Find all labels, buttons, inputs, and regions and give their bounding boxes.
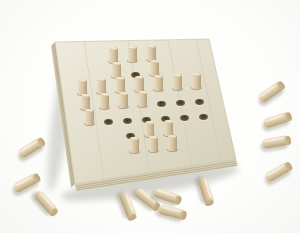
- peg-r3c4[interactable]: [135, 76, 144, 92]
- hole-r5c3[interactable]: [123, 118, 132, 124]
- peg-r4c2[interactable]: [100, 93, 109, 109]
- hole-r5c7[interactable]: [199, 114, 208, 120]
- peg-r4c4[interactable]: [138, 91, 147, 107]
- photo-scene: [0, 0, 300, 233]
- peg-r3c7[interactable]: [192, 73, 201, 89]
- peg-r3c3[interactable]: [116, 77, 125, 93]
- hole-r4c7[interactable]: [195, 99, 204, 105]
- peg-r6c4[interactable]: [145, 121, 154, 137]
- peg-r7c3[interactable]: [130, 137, 139, 153]
- peg-r4c1[interactable]: [81, 94, 90, 110]
- peg-r2c3[interactable]: [112, 62, 121, 78]
- peg-r3c6[interactable]: [173, 74, 182, 90]
- hole-r5c6[interactable]: [180, 115, 189, 121]
- hole-r5c2[interactable]: [104, 119, 113, 125]
- peg-r1c5[interactable]: [147, 45, 156, 61]
- peg-r2c5[interactable]: [150, 60, 159, 76]
- peg-r6c5[interactable]: [164, 120, 173, 136]
- hole-r4c5[interactable]: [157, 101, 166, 107]
- peg-r3c5[interactable]: [154, 75, 163, 91]
- peg-r1c4[interactable]: [128, 46, 137, 62]
- peg-r4c3[interactable]: [119, 92, 128, 108]
- peg-r5c1[interactable]: [85, 109, 94, 125]
- peg-r1c3[interactable]: [109, 47, 118, 63]
- hole-r4c6[interactable]: [176, 100, 185, 106]
- peg-r7c4[interactable]: [149, 136, 158, 152]
- peg-r7c5[interactable]: [168, 135, 177, 151]
- peg-r3c1[interactable]: [78, 79, 87, 95]
- peg-r3c2[interactable]: [97, 78, 106, 94]
